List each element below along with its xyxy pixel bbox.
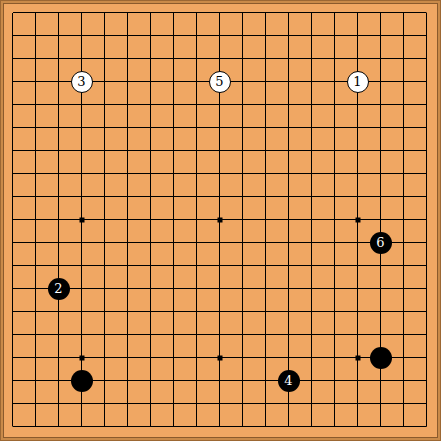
intersection-S17	[392, 47, 415, 70]
intersection-A2	[1, 392, 24, 415]
intersection-P8	[323, 254, 346, 277]
intersection-K17	[208, 47, 231, 70]
intersection-B8	[24, 254, 47, 277]
intersection-F13	[116, 139, 139, 162]
black-stone-N3: 4	[278, 370, 300, 392]
intersection-C17	[47, 47, 70, 70]
intersection-F18	[116, 24, 139, 47]
intersection-G16	[139, 70, 162, 93]
intersection-P10	[323, 208, 346, 231]
intersection-A19	[1, 1, 24, 24]
intersection-R14	[369, 116, 392, 139]
intersection-J6	[185, 300, 208, 323]
intersection-T5	[415, 323, 438, 346]
intersection-B13	[24, 139, 47, 162]
intersection-D14	[70, 116, 93, 139]
star-point-Q10	[355, 217, 360, 222]
intersection-Q17	[346, 47, 369, 70]
black-stone-R4	[370, 347, 392, 369]
intersection-R17	[369, 47, 392, 70]
intersection-D10	[70, 208, 93, 231]
intersection-M3	[254, 369, 277, 392]
intersection-N7	[277, 277, 300, 300]
intersection-O13	[300, 139, 323, 162]
intersection-P6	[323, 300, 346, 323]
intersection-B10	[24, 208, 47, 231]
intersection-A14	[1, 116, 24, 139]
intersection-H2	[162, 392, 185, 415]
intersection-C9	[47, 231, 70, 254]
board-frame: 351624	[3, 3, 438, 438]
intersection-E9	[93, 231, 116, 254]
intersection-O17	[300, 47, 323, 70]
intersection-K6	[208, 300, 231, 323]
intersection-G17	[139, 47, 162, 70]
intersection-O16	[300, 70, 323, 93]
intersection-P7	[323, 277, 346, 300]
intersection-M15	[254, 93, 277, 116]
intersection-K4	[208, 346, 231, 369]
intersection-O3	[300, 369, 323, 392]
intersection-P14	[323, 116, 346, 139]
intersection-K2	[208, 392, 231, 415]
intersection-S11	[392, 185, 415, 208]
intersection-R15	[369, 93, 392, 116]
intersection-C19	[47, 1, 70, 24]
intersection-E13	[93, 139, 116, 162]
intersection-N16	[277, 70, 300, 93]
intersection-C14	[47, 116, 70, 139]
intersection-L18	[231, 24, 254, 47]
intersection-J12	[185, 162, 208, 185]
intersection-K18	[208, 24, 231, 47]
intersection-J9	[185, 231, 208, 254]
intersection-L16	[231, 70, 254, 93]
intersection-C18	[47, 24, 70, 47]
intersection-O1	[300, 415, 323, 438]
intersection-T14	[415, 116, 438, 139]
intersection-C16	[47, 70, 70, 93]
white-stone-K16: 5	[209, 71, 231, 93]
intersection-D2	[70, 392, 93, 415]
intersection-S3	[392, 369, 415, 392]
intersection-A11	[1, 185, 24, 208]
intersection-D19	[70, 1, 93, 24]
intersection-S1	[392, 415, 415, 438]
intersection-O12	[300, 162, 323, 185]
intersection-G18	[139, 24, 162, 47]
intersection-Q15	[346, 93, 369, 116]
intersection-K14	[208, 116, 231, 139]
black-stone-D3	[71, 370, 93, 392]
intersection-B5	[24, 323, 47, 346]
intersection-T3	[415, 369, 438, 392]
intersection-E4	[93, 346, 116, 369]
intersection-M1	[254, 415, 277, 438]
intersection-K10	[208, 208, 231, 231]
intersection-O14	[300, 116, 323, 139]
intersection-O18	[300, 24, 323, 47]
intersection-F11	[116, 185, 139, 208]
intersection-E14	[93, 116, 116, 139]
intersection-Q1	[346, 415, 369, 438]
intersection-E8	[93, 254, 116, 277]
intersection-R3	[369, 369, 392, 392]
intersection-D1	[70, 415, 93, 438]
intersection-L15	[231, 93, 254, 116]
intersection-G8	[139, 254, 162, 277]
intersection-M5	[254, 323, 277, 346]
intersection-N6	[277, 300, 300, 323]
intersection-T15	[415, 93, 438, 116]
intersection-D15	[70, 93, 93, 116]
intersection-H18	[162, 24, 185, 47]
intersection-Q2	[346, 392, 369, 415]
intersection-Q8	[346, 254, 369, 277]
intersection-G5	[139, 323, 162, 346]
intersection-R8	[369, 254, 392, 277]
intersection-T9	[415, 231, 438, 254]
intersection-A5	[1, 323, 24, 346]
intersection-H9	[162, 231, 185, 254]
intersection-E12	[93, 162, 116, 185]
intersection-D8	[70, 254, 93, 277]
intersection-H1	[162, 415, 185, 438]
intersection-L3	[231, 369, 254, 392]
intersection-O5	[300, 323, 323, 346]
intersection-S18	[392, 24, 415, 47]
star-point-Q4	[355, 355, 360, 360]
intersection-F19	[116, 1, 139, 24]
black-stone-C7: 2	[48, 278, 70, 300]
intersection-R1	[369, 415, 392, 438]
intersection-L13	[231, 139, 254, 162]
intersection-L2	[231, 392, 254, 415]
star-point-D10	[79, 217, 84, 222]
intersection-N15	[277, 93, 300, 116]
intersection-Q7	[346, 277, 369, 300]
intersection-F8	[116, 254, 139, 277]
intersection-L10	[231, 208, 254, 231]
intersection-J2	[185, 392, 208, 415]
intersection-T4	[415, 346, 438, 369]
intersection-R7	[369, 277, 392, 300]
intersection-P4	[323, 346, 346, 369]
intersection-M14	[254, 116, 277, 139]
intersection-B1	[24, 415, 47, 438]
intersection-J3	[185, 369, 208, 392]
intersection-C7: 2	[47, 277, 70, 300]
intersection-E15	[93, 93, 116, 116]
intersection-L1	[231, 415, 254, 438]
intersection-D13	[70, 139, 93, 162]
intersection-C4	[47, 346, 70, 369]
intersection-N2	[277, 392, 300, 415]
intersection-K13	[208, 139, 231, 162]
intersection-A12	[1, 162, 24, 185]
intersection-S13	[392, 139, 415, 162]
intersection-G1	[139, 415, 162, 438]
intersection-T6	[415, 300, 438, 323]
intersection-R11	[369, 185, 392, 208]
intersection-D4	[70, 346, 93, 369]
intersection-Q9	[346, 231, 369, 254]
intersection-N4	[277, 346, 300, 369]
intersection-T2	[415, 392, 438, 415]
star-point-K10	[217, 217, 222, 222]
intersection-H15	[162, 93, 185, 116]
intersection-M10	[254, 208, 277, 231]
intersection-M12	[254, 162, 277, 185]
intersection-H3	[162, 369, 185, 392]
intersection-F1	[116, 415, 139, 438]
intersection-H17	[162, 47, 185, 70]
intersection-H10	[162, 208, 185, 231]
intersection-K8	[208, 254, 231, 277]
intersection-J15	[185, 93, 208, 116]
intersection-F16	[116, 70, 139, 93]
intersection-B3	[24, 369, 47, 392]
intersection-B15	[24, 93, 47, 116]
intersection-D17	[70, 47, 93, 70]
intersection-F9	[116, 231, 139, 254]
intersection-G13	[139, 139, 162, 162]
intersection-F7	[116, 277, 139, 300]
go-board-diagram: 351624	[0, 0, 441, 441]
intersection-T17	[415, 47, 438, 70]
intersection-D11	[70, 185, 93, 208]
intersection-H12	[162, 162, 185, 185]
intersection-O8	[300, 254, 323, 277]
intersection-G10	[139, 208, 162, 231]
intersection-L14	[231, 116, 254, 139]
intersection-B9	[24, 231, 47, 254]
intersection-P1	[323, 415, 346, 438]
intersection-H6	[162, 300, 185, 323]
intersection-P12	[323, 162, 346, 185]
intersection-E7	[93, 277, 116, 300]
intersection-M17	[254, 47, 277, 70]
intersection-J18	[185, 24, 208, 47]
intersection-R16	[369, 70, 392, 93]
intersection-D16: 3	[70, 70, 93, 93]
intersection-A7	[1, 277, 24, 300]
intersection-G9	[139, 231, 162, 254]
intersection-S10	[392, 208, 415, 231]
intersection-N5	[277, 323, 300, 346]
intersection-B16	[24, 70, 47, 93]
intersection-S5	[392, 323, 415, 346]
intersection-O4	[300, 346, 323, 369]
intersection-Q19	[346, 1, 369, 24]
intersection-M8	[254, 254, 277, 277]
intersection-P17	[323, 47, 346, 70]
intersection-O11	[300, 185, 323, 208]
intersection-K3	[208, 369, 231, 392]
intersection-T16	[415, 70, 438, 93]
intersection-L9	[231, 231, 254, 254]
intersection-G6	[139, 300, 162, 323]
intersection-N12	[277, 162, 300, 185]
intersection-E5	[93, 323, 116, 346]
intersection-N17	[277, 47, 300, 70]
intersection-N14	[277, 116, 300, 139]
intersection-T7	[415, 277, 438, 300]
intersection-S16	[392, 70, 415, 93]
intersection-R9: 6	[369, 231, 392, 254]
intersection-O2	[300, 392, 323, 415]
intersection-K1	[208, 415, 231, 438]
intersection-P16	[323, 70, 346, 93]
intersection-O15	[300, 93, 323, 116]
intersection-B14	[24, 116, 47, 139]
intersection-A17	[1, 47, 24, 70]
intersection-N8	[277, 254, 300, 277]
intersection-B4	[24, 346, 47, 369]
intersection-K11	[208, 185, 231, 208]
intersection-N9	[277, 231, 300, 254]
intersection-K5	[208, 323, 231, 346]
intersection-E17	[93, 47, 116, 70]
intersection-J14	[185, 116, 208, 139]
intersection-G15	[139, 93, 162, 116]
intersection-M4	[254, 346, 277, 369]
intersection-P13	[323, 139, 346, 162]
intersection-F10	[116, 208, 139, 231]
intersection-D9	[70, 231, 93, 254]
intersection-A1	[1, 415, 24, 438]
intersection-J10	[185, 208, 208, 231]
intersection-J5	[185, 323, 208, 346]
intersection-T11	[415, 185, 438, 208]
intersection-Q18	[346, 24, 369, 47]
intersection-M6	[254, 300, 277, 323]
intersection-C11	[47, 185, 70, 208]
intersection-H4	[162, 346, 185, 369]
intersection-J8	[185, 254, 208, 277]
intersection-N19	[277, 1, 300, 24]
intersection-N18	[277, 24, 300, 47]
intersection-D7	[70, 277, 93, 300]
intersection-L11	[231, 185, 254, 208]
intersection-P5	[323, 323, 346, 346]
intersection-M2	[254, 392, 277, 415]
intersection-M7	[254, 277, 277, 300]
intersection-T18	[415, 24, 438, 47]
intersection-C1	[47, 415, 70, 438]
intersection-A3	[1, 369, 24, 392]
white-stone-Q16: 1	[347, 71, 369, 93]
intersection-R2	[369, 392, 392, 415]
intersection-E19	[93, 1, 116, 24]
intersection-L12	[231, 162, 254, 185]
intersection-K15	[208, 93, 231, 116]
intersection-P3	[323, 369, 346, 392]
intersection-E11	[93, 185, 116, 208]
intersection-Q16: 1	[346, 70, 369, 93]
intersection-Q5	[346, 323, 369, 346]
intersection-M9	[254, 231, 277, 254]
intersection-Q3	[346, 369, 369, 392]
intersection-S8	[392, 254, 415, 277]
intersection-R5	[369, 323, 392, 346]
intersection-C3	[47, 369, 70, 392]
intersection-L17	[231, 47, 254, 70]
intersection-G3	[139, 369, 162, 392]
intersection-G12	[139, 162, 162, 185]
intersection-S7	[392, 277, 415, 300]
intersection-G2	[139, 392, 162, 415]
intersection-T1	[415, 415, 438, 438]
intersection-C12	[47, 162, 70, 185]
intersection-B11	[24, 185, 47, 208]
intersection-B19	[24, 1, 47, 24]
intersection-H14	[162, 116, 185, 139]
intersection-G7	[139, 277, 162, 300]
intersection-E10	[93, 208, 116, 231]
intersection-F17	[116, 47, 139, 70]
intersection-A4	[1, 346, 24, 369]
intersection-S9	[392, 231, 415, 254]
intersection-N11	[277, 185, 300, 208]
intersection-R18	[369, 24, 392, 47]
intersection-C2	[47, 392, 70, 415]
intersection-P9	[323, 231, 346, 254]
intersection-L8	[231, 254, 254, 277]
intersection-E1	[93, 415, 116, 438]
intersection-C15	[47, 93, 70, 116]
intersection-J4	[185, 346, 208, 369]
intersection-H7	[162, 277, 185, 300]
intersection-M18	[254, 24, 277, 47]
intersection-Q10	[346, 208, 369, 231]
intersection-J16	[185, 70, 208, 93]
intersection-S19	[392, 1, 415, 24]
intersection-S15	[392, 93, 415, 116]
intersection-R4	[369, 346, 392, 369]
intersection-N13	[277, 139, 300, 162]
intersection-H11	[162, 185, 185, 208]
intersection-P15	[323, 93, 346, 116]
intersection-F3	[116, 369, 139, 392]
intersection-M13	[254, 139, 277, 162]
intersection-J7	[185, 277, 208, 300]
star-point-K4	[217, 355, 222, 360]
intersection-H5	[162, 323, 185, 346]
intersection-M11	[254, 185, 277, 208]
intersection-L4	[231, 346, 254, 369]
intersection-N1	[277, 415, 300, 438]
intersection-R10	[369, 208, 392, 231]
intersection-A16	[1, 70, 24, 93]
intersection-C6	[47, 300, 70, 323]
intersection-E3	[93, 369, 116, 392]
intersection-L7	[231, 277, 254, 300]
intersection-L19	[231, 1, 254, 24]
intersection-Q14	[346, 116, 369, 139]
intersection-A13	[1, 139, 24, 162]
intersection-P19	[323, 1, 346, 24]
intersection-C10	[47, 208, 70, 231]
intersection-O19	[300, 1, 323, 24]
intersection-O9	[300, 231, 323, 254]
intersection-F15	[116, 93, 139, 116]
intersection-J11	[185, 185, 208, 208]
intersection-C8	[47, 254, 70, 277]
intersection-R19	[369, 1, 392, 24]
intersection-C5	[47, 323, 70, 346]
intersection-S6	[392, 300, 415, 323]
